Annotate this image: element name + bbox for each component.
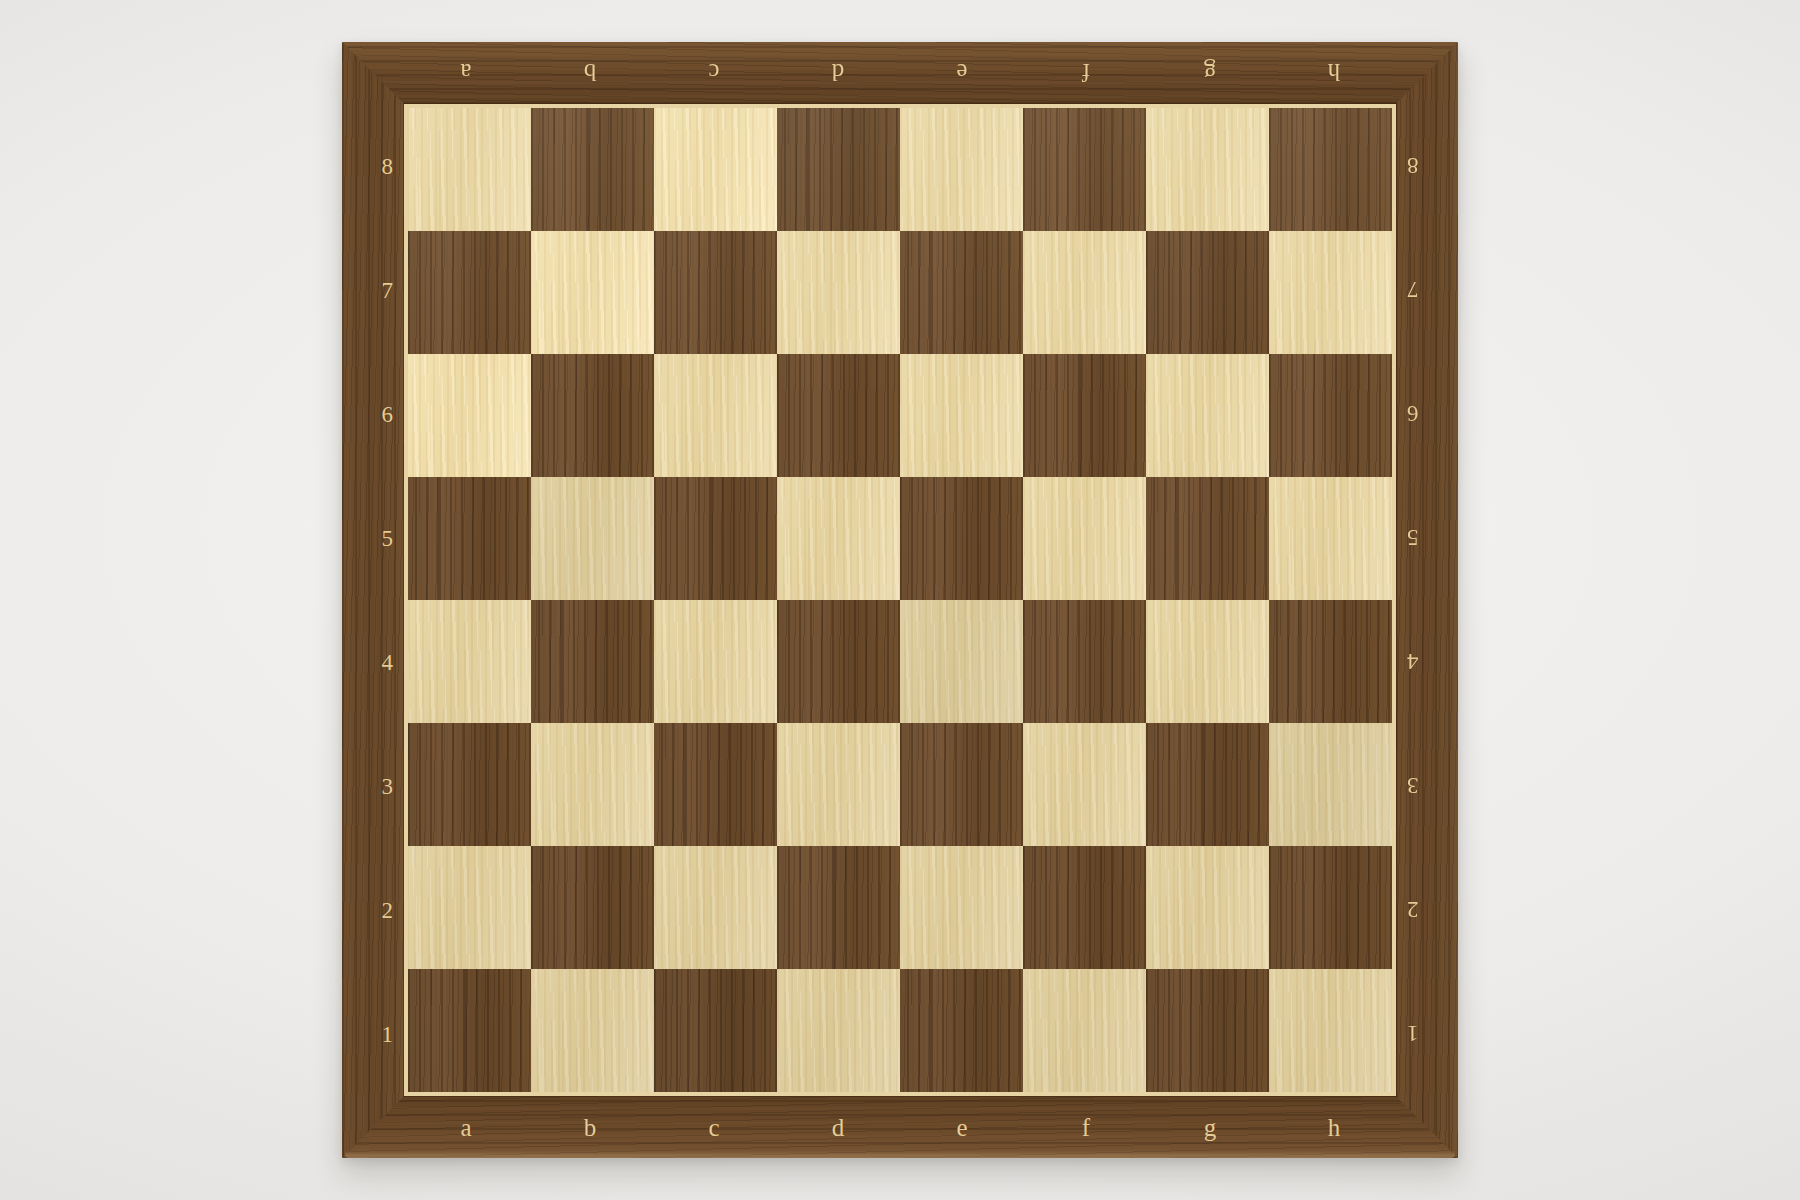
rank-label-right-5: 5 <box>1407 476 1419 600</box>
square-f3[interactable] <box>1023 723 1146 846</box>
file-label-bottom-c: c <box>652 1096 776 1158</box>
square-a3[interactable] <box>408 723 531 846</box>
square-c2[interactable] <box>654 846 777 969</box>
square-d3[interactable] <box>777 723 900 846</box>
square-g5[interactable] <box>1146 477 1269 600</box>
square-h7[interactable] <box>1269 231 1392 354</box>
square-f1[interactable] <box>1023 969 1146 1092</box>
square-d6[interactable] <box>777 354 900 477</box>
square-h8[interactable] <box>1269 108 1392 231</box>
square-g4[interactable] <box>1146 600 1269 723</box>
file-label-top-h: h <box>1272 42 1396 104</box>
file-label-bottom-h: h <box>1272 1096 1396 1158</box>
square-e6[interactable] <box>900 354 1023 477</box>
square-d2[interactable] <box>777 846 900 969</box>
square-f8[interactable] <box>1023 108 1146 231</box>
rank-labels-right: 87654321 <box>1396 104 1458 1096</box>
square-b8[interactable] <box>531 108 654 231</box>
file-label-top-g: g <box>1148 42 1272 104</box>
square-f4[interactable] <box>1023 600 1146 723</box>
rank-label-right-3: 3 <box>1407 724 1419 848</box>
square-g6[interactable] <box>1146 354 1269 477</box>
square-a5[interactable] <box>408 477 531 600</box>
rank-label-right-1: 1 <box>1407 972 1419 1096</box>
square-e4[interactable] <box>900 600 1023 723</box>
square-b4[interactable] <box>531 600 654 723</box>
file-label-top-a: a <box>404 42 528 104</box>
file-labels-bottom: abcdefgh <box>404 1096 1396 1158</box>
square-a1[interactable] <box>408 969 531 1092</box>
square-e3[interactable] <box>900 723 1023 846</box>
square-g2[interactable] <box>1146 846 1269 969</box>
file-label-top-d: d <box>776 42 900 104</box>
file-label-top-f: f <box>1024 42 1148 104</box>
board-grid <box>408 108 1392 1092</box>
square-e1[interactable] <box>900 969 1023 1092</box>
rank-label-left-7: 7 <box>382 228 394 352</box>
square-a7[interactable] <box>408 231 531 354</box>
square-e2[interactable] <box>900 846 1023 969</box>
square-c3[interactable] <box>654 723 777 846</box>
rank-label-right-4: 4 <box>1407 600 1419 724</box>
square-d8[interactable] <box>777 108 900 231</box>
file-label-top-b: b <box>528 42 652 104</box>
square-c6[interactable] <box>654 354 777 477</box>
square-h3[interactable] <box>1269 723 1392 846</box>
square-b1[interactable] <box>531 969 654 1092</box>
rank-label-left-5: 5 <box>382 476 394 600</box>
square-e8[interactable] <box>900 108 1023 231</box>
rank-label-left-8: 8 <box>382 104 394 228</box>
square-c1[interactable] <box>654 969 777 1092</box>
photo-backdrop: abcdefgh abcdefgh 87654321 87654321 <box>0 0 1800 1200</box>
square-c5[interactable] <box>654 477 777 600</box>
square-h5[interactable] <box>1269 477 1392 600</box>
square-b7[interactable] <box>531 231 654 354</box>
file-label-bottom-f: f <box>1024 1096 1148 1158</box>
file-labels-top: abcdefgh <box>404 42 1396 104</box>
square-g3[interactable] <box>1146 723 1269 846</box>
file-label-bottom-b: b <box>528 1096 652 1158</box>
square-a4[interactable] <box>408 600 531 723</box>
square-f7[interactable] <box>1023 231 1146 354</box>
chess-board: abcdefgh abcdefgh 87654321 87654321 <box>342 42 1458 1158</box>
square-b3[interactable] <box>531 723 654 846</box>
square-a6[interactable] <box>408 354 531 477</box>
square-h1[interactable] <box>1269 969 1392 1092</box>
square-b2[interactable] <box>531 846 654 969</box>
square-d4[interactable] <box>777 600 900 723</box>
square-e7[interactable] <box>900 231 1023 354</box>
rank-labels-left: 87654321 <box>342 104 404 1096</box>
file-label-bottom-d: d <box>776 1096 900 1158</box>
rank-label-left-3: 3 <box>382 724 394 848</box>
square-a2[interactable] <box>408 846 531 969</box>
square-c7[interactable] <box>654 231 777 354</box>
square-d1[interactable] <box>777 969 900 1092</box>
file-label-bottom-e: e <box>900 1096 1024 1158</box>
square-g8[interactable] <box>1146 108 1269 231</box>
rank-label-left-6: 6 <box>382 352 394 476</box>
square-f2[interactable] <box>1023 846 1146 969</box>
square-h2[interactable] <box>1269 846 1392 969</box>
playing-field <box>404 104 1396 1096</box>
square-a8[interactable] <box>408 108 531 231</box>
square-e5[interactable] <box>900 477 1023 600</box>
file-label-bottom-g: g <box>1148 1096 1272 1158</box>
rank-label-right-7: 7 <box>1407 228 1419 352</box>
square-g7[interactable] <box>1146 231 1269 354</box>
rank-label-left-2: 2 <box>382 848 394 972</box>
rank-label-left-4: 4 <box>382 600 394 724</box>
rank-label-right-6: 6 <box>1407 352 1419 476</box>
rank-label-right-8: 8 <box>1407 104 1419 228</box>
file-label-top-c: c <box>652 42 776 104</box>
square-b6[interactable] <box>531 354 654 477</box>
square-g1[interactable] <box>1146 969 1269 1092</box>
square-c4[interactable] <box>654 600 777 723</box>
square-h4[interactable] <box>1269 600 1392 723</box>
square-c8[interactable] <box>654 108 777 231</box>
square-d7[interactable] <box>777 231 900 354</box>
square-h6[interactable] <box>1269 354 1392 477</box>
square-f6[interactable] <box>1023 354 1146 477</box>
square-f5[interactable] <box>1023 477 1146 600</box>
file-label-bottom-a: a <box>404 1096 528 1158</box>
square-b5[interactable] <box>531 477 654 600</box>
rank-label-right-2: 2 <box>1407 848 1419 972</box>
square-d5[interactable] <box>777 477 900 600</box>
rank-label-left-1: 1 <box>382 972 394 1096</box>
file-label-top-e: e <box>900 42 1024 104</box>
